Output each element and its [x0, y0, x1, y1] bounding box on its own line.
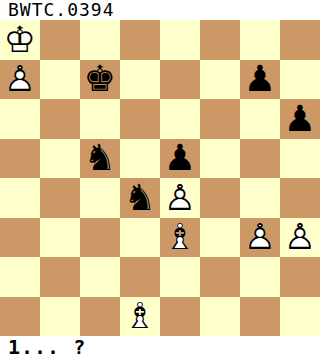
- square-g3[interactable]: ♟♙: [240, 218, 280, 258]
- square-b7[interactable]: [40, 60, 80, 100]
- square-c3[interactable]: [80, 218, 120, 258]
- chess-diagram: BWTC.0394 ♚♔♟♙♚♟♟♞♟♞♟♙♝♗♟♙♟♙♝♗ 1... ?: [0, 0, 320, 360]
- square-c7[interactable]: ♚: [80, 60, 120, 100]
- square-f2[interactable]: [200, 257, 240, 297]
- square-d5[interactable]: [120, 139, 160, 179]
- square-a5[interactable]: [0, 139, 40, 179]
- square-h1[interactable]: [280, 297, 320, 337]
- square-d7[interactable]: [120, 60, 160, 100]
- square-h8[interactable]: [280, 20, 320, 60]
- square-a8[interactable]: ♚♔: [0, 20, 40, 60]
- white-pawn: ♙: [280, 218, 320, 258]
- square-f3[interactable]: [200, 218, 240, 258]
- square-e4[interactable]: ♟♙: [160, 178, 200, 218]
- square-f4[interactable]: [200, 178, 240, 218]
- square-g6[interactable]: [240, 99, 280, 139]
- square-e7[interactable]: [160, 60, 200, 100]
- square-g5[interactable]: [240, 139, 280, 179]
- square-b1[interactable]: [40, 297, 80, 337]
- square-e6[interactable]: [160, 99, 200, 139]
- square-g1[interactable]: [240, 297, 280, 337]
- black-pawn: ♟: [160, 139, 200, 179]
- square-h7[interactable]: [280, 60, 320, 100]
- square-a7[interactable]: ♟♙: [0, 60, 40, 100]
- square-d3[interactable]: [120, 218, 160, 258]
- white-bishop: ♗: [120, 297, 160, 337]
- black-knight: ♞: [80, 139, 120, 179]
- square-c8[interactable]: [80, 20, 120, 60]
- white-king: ♔: [0, 20, 40, 60]
- chess-board: ♚♔♟♙♚♟♟♞♟♞♟♙♝♗♟♙♟♙♝♗: [0, 20, 320, 336]
- white-pawn: ♙: [0, 60, 40, 100]
- black-knight: ♞: [120, 178, 160, 218]
- square-a3[interactable]: [0, 218, 40, 258]
- square-b4[interactable]: [40, 178, 80, 218]
- square-b5[interactable]: [40, 139, 80, 179]
- diagram-title: BWTC.0394: [0, 0, 320, 20]
- black-king: ♚: [80, 60, 120, 100]
- square-h4[interactable]: [280, 178, 320, 218]
- square-h6[interactable]: ♟: [280, 99, 320, 139]
- square-h2[interactable]: [280, 257, 320, 297]
- square-f5[interactable]: [200, 139, 240, 179]
- square-b2[interactable]: [40, 257, 80, 297]
- square-b6[interactable]: [40, 99, 80, 139]
- square-d4[interactable]: ♞: [120, 178, 160, 218]
- square-f7[interactable]: [200, 60, 240, 100]
- square-a2[interactable]: [0, 257, 40, 297]
- square-e8[interactable]: [160, 20, 200, 60]
- square-e3[interactable]: ♝♗: [160, 218, 200, 258]
- square-e5[interactable]: ♟: [160, 139, 200, 179]
- square-d8[interactable]: [120, 20, 160, 60]
- square-c6[interactable]: [80, 99, 120, 139]
- square-e2[interactable]: [160, 257, 200, 297]
- square-f1[interactable]: [200, 297, 240, 337]
- square-a4[interactable]: [0, 178, 40, 218]
- square-f6[interactable]: [200, 99, 240, 139]
- square-h5[interactable]: [280, 139, 320, 179]
- square-a6[interactable]: [0, 99, 40, 139]
- square-c2[interactable]: [80, 257, 120, 297]
- square-g4[interactable]: [240, 178, 280, 218]
- square-c4[interactable]: [80, 178, 120, 218]
- square-d1[interactable]: ♝♗: [120, 297, 160, 337]
- square-g8[interactable]: [240, 20, 280, 60]
- square-c5[interactable]: ♞: [80, 139, 120, 179]
- square-d6[interactable]: [120, 99, 160, 139]
- white-bishop: ♗: [160, 218, 200, 258]
- square-b8[interactable]: [40, 20, 80, 60]
- square-a1[interactable]: [0, 297, 40, 337]
- move-prompt: 1... ?: [0, 336, 320, 360]
- white-pawn: ♙: [160, 178, 200, 218]
- square-e1[interactable]: [160, 297, 200, 337]
- square-h3[interactable]: ♟♙: [280, 218, 320, 258]
- black-pawn: ♟: [280, 99, 320, 139]
- square-g7[interactable]: ♟: [240, 60, 280, 100]
- square-f8[interactable]: [200, 20, 240, 60]
- square-d2[interactable]: [120, 257, 160, 297]
- white-pawn: ♙: [240, 218, 280, 258]
- square-g2[interactable]: [240, 257, 280, 297]
- square-c1[interactable]: [80, 297, 120, 337]
- black-pawn: ♟: [240, 60, 280, 100]
- square-b3[interactable]: [40, 218, 80, 258]
